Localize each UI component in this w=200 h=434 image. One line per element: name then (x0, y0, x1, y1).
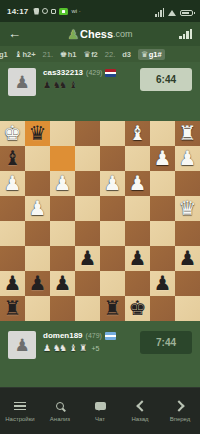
white-pawn: ♟ (0, 171, 25, 196)
square-b3[interactable] (150, 171, 175, 196)
move-token[interactable]: ♚h1 (60, 50, 76, 59)
black-pawn: ♟ (125, 246, 150, 271)
battery-icon (180, 10, 193, 16)
black-pawn: ♟ (50, 271, 75, 296)
clock-bottom: 7:44 (140, 331, 192, 354)
square-a2[interactable]: ♟ (175, 146, 200, 171)
captured-piece-group: ♟ (43, 80, 51, 90)
player-rating-bottom: (479) (86, 332, 102, 339)
captured-piece-group: ♝ (69, 343, 77, 353)
player-row-bottom: ♟ domen189 (479) ♟♞♞♝♜+5 7:44 (0, 321, 200, 388)
square-f4[interactable] (50, 196, 75, 221)
square-f8[interactable] (50, 296, 75, 321)
move-number: 22. (105, 50, 115, 59)
move-piece-icon: ♛ (83, 50, 90, 59)
square-g6[interactable] (25, 246, 50, 271)
nav-item-menu[interactable]: Настройки (0, 388, 40, 434)
signal-bars-icon (155, 8, 164, 17)
square-e3[interactable] (75, 171, 100, 196)
avatar-pawn-icon: ♟ (14, 74, 29, 91)
white-pawn: ♟ (125, 171, 150, 196)
white-pawn: ♟ (50, 171, 75, 196)
nav-label: Настройки (5, 416, 34, 422)
square-c1[interactable]: ♝ (125, 121, 150, 146)
menu-icon (14, 402, 26, 411)
white-rook: ♜ (175, 121, 200, 146)
bottom-nav-bar: НастройкиАнализЧатНазадВперед (0, 387, 200, 434)
move-piece-icon: ♚ (60, 50, 67, 59)
status-bar: 14:17 wi · (0, 0, 200, 22)
square-d2[interactable] (100, 146, 125, 171)
avatar[interactable]: ♟ (8, 331, 36, 359)
square-c4[interactable] (125, 196, 150, 221)
square-b1[interactable] (150, 121, 175, 146)
nav-item-analysis[interactable]: Анализ (40, 388, 80, 434)
square-c5[interactable] (125, 221, 150, 246)
clock-icon (42, 8, 48, 14)
square-a6[interactable]: ♟ (175, 246, 200, 271)
square-h2[interactable]: ♝ (0, 146, 25, 171)
square-e5[interactable] (75, 221, 100, 246)
flag-netherlands-icon (105, 69, 116, 77)
back-arrow-icon[interactable]: ← (8, 22, 21, 46)
move-piece-icon: ♛ (141, 50, 148, 59)
square-g3[interactable] (25, 171, 50, 196)
flag-argentina-icon (105, 332, 116, 340)
black-pawn: ♟ (75, 246, 100, 271)
black-rook: ♜ (0, 296, 25, 321)
square-c6[interactable]: ♟ (125, 246, 150, 271)
square-b4[interactable] (150, 196, 175, 221)
square-d7[interactable] (100, 271, 125, 296)
square-d6[interactable] (100, 246, 125, 271)
player-name-top[interactable]: cas332213 (43, 68, 83, 77)
nav-label: Назад (131, 416, 148, 422)
nav-item-back[interactable]: Назад (120, 388, 160, 434)
captured-pieces-top: ♟♞♞♝ (43, 80, 116, 90)
move-piece-icon: ♝ (15, 50, 22, 59)
square-g1[interactable]: ♛ (25, 121, 50, 146)
avatar-pawn-icon: ♟ (14, 337, 29, 354)
square-d5[interactable] (100, 221, 125, 246)
clock-top: 6:44 (140, 68, 192, 91)
move-token[interactable]: ♝h2+ (15, 50, 36, 59)
square-c8[interactable]: ♚ (125, 296, 150, 321)
square-f3[interactable]: ♟ (50, 171, 75, 196)
white-pawn: ♟ (25, 196, 50, 221)
square-b5[interactable] (150, 221, 175, 246)
captured-piece-group: ♞♞ (53, 343, 67, 353)
square-e6[interactable]: ♟ (75, 246, 100, 271)
white-queen: ♛ (175, 196, 200, 221)
black-pawn: ♟ (150, 271, 175, 296)
black-king: ♚ (125, 296, 150, 321)
square-d4[interactable] (100, 196, 125, 221)
captured-piece-group: ♞♞ (53, 80, 67, 90)
nav-label: Анализ (50, 416, 70, 422)
black-bishop: ♝ (0, 146, 25, 171)
square-e1[interactable] (75, 121, 100, 146)
move-number: 21. (43, 50, 53, 59)
back-icon (136, 400, 147, 411)
player-rating-top: (429) (86, 69, 102, 76)
nav-item-forward[interactable]: Вперед (160, 388, 200, 434)
status-right-icons (155, 6, 193, 17)
square-c3[interactable]: ♟ (125, 171, 150, 196)
white-pawn: ♟ (100, 171, 125, 196)
captured-piece-group: ♜ (79, 343, 87, 353)
connection-strength-icon (179, 29, 192, 39)
square-c2[interactable] (125, 146, 150, 171)
forward-icon (173, 400, 184, 411)
move-token[interactable]: d3 (122, 50, 131, 59)
square-g2[interactable] (25, 146, 50, 171)
material-score: +5 (91, 345, 99, 352)
square-g5[interactable] (25, 221, 50, 246)
nav-label: Вперед (170, 416, 191, 422)
square-a7[interactable] (175, 271, 200, 296)
move-token[interactable]: ♛f2 (83, 50, 97, 59)
logo-tld-text: .com (113, 29, 133, 39)
shield-icon (33, 8, 39, 15)
square-d3[interactable]: ♟ (100, 171, 125, 196)
carrier-text: wi · (71, 8, 80, 14)
square-h7[interactable]: ♟ (0, 271, 25, 296)
square-g7[interactable]: ♟ (25, 271, 50, 296)
white-pawn: ♟ (150, 146, 175, 171)
white-bishop: ♝ (125, 121, 150, 146)
square-a3[interactable] (175, 171, 200, 196)
square-a5[interactable] (175, 221, 200, 246)
chess-board: ♚♛♝♜♝♟♟♟♟♟♟♟♛♟♟♟♟♟♟♟♜♜♚ (0, 121, 200, 321)
status-time: 14:17 (7, 7, 28, 16)
square-b7[interactable]: ♟ (150, 271, 175, 296)
square-e4[interactable] (75, 196, 100, 221)
move-token[interactable]: g1 (0, 50, 8, 59)
square-h6[interactable] (0, 246, 25, 271)
square-h3[interactable]: ♟ (0, 171, 25, 196)
square-d8[interactable]: ♜ (100, 296, 125, 321)
square-f6[interactable] (50, 246, 75, 271)
square-h4[interactable] (0, 196, 25, 221)
badge-icon (51, 9, 56, 14)
square-b2[interactable]: ♟ (150, 146, 175, 171)
analysis-icon (56, 402, 64, 410)
black-pawn: ♟ (175, 246, 200, 271)
chat-icon (95, 402, 106, 410)
black-rook: ♜ (100, 296, 125, 321)
logo-brand-text: Chess (80, 28, 113, 40)
square-a1[interactable]: ♜ (175, 121, 200, 146)
player-row-top: ♟ cas332213 (429) ♟♞♞♝ 6:44 (0, 62, 200, 121)
black-queen: ♛ (25, 121, 50, 146)
square-b8[interactable] (150, 296, 175, 321)
square-b6[interactable] (150, 246, 175, 271)
square-f7[interactable]: ♟ (50, 271, 75, 296)
captured-piece-group: ♝ (69, 80, 77, 90)
move-list-bar: g1♝h2+21.♚h1♛f222.d3♛g1# (0, 46, 200, 62)
square-g4[interactable]: ♟ (25, 196, 50, 221)
square-e2[interactable] (75, 146, 100, 171)
player-name-bottom[interactable]: domen189 (43, 331, 83, 340)
wifi-icon (168, 6, 176, 16)
black-pawn: ♟ (25, 271, 50, 296)
chesscom-logo: ♟ Chess .com (67, 27, 132, 42)
square-a4[interactable]: ♛ (175, 196, 200, 221)
black-pawn: ♟ (0, 271, 25, 296)
square-e8[interactable] (75, 296, 100, 321)
square-a8[interactable] (175, 296, 200, 321)
app-header: ← ♟ Chess .com (0, 22, 200, 46)
square-h8[interactable]: ♜ (0, 296, 25, 321)
logo-pawn-icon: ♟ (67, 27, 79, 42)
nav-item-chat[interactable]: Чат (80, 388, 120, 434)
avatar[interactable]: ♟ (8, 68, 36, 96)
square-f2[interactable] (50, 146, 75, 171)
captured-pieces-bottom: ♟♞♞♝♜+5 (43, 343, 116, 353)
square-f5[interactable] (50, 221, 75, 246)
square-h1[interactable]: ♚ (0, 121, 25, 146)
square-h5[interactable] (0, 221, 25, 246)
battery-saver-icon (59, 8, 68, 15)
white-king: ♚ (0, 121, 25, 146)
square-d1[interactable] (100, 121, 125, 146)
move-token-selected[interactable]: ♛g1# (138, 49, 165, 60)
square-c7[interactable] (125, 271, 150, 296)
nav-label: Чат (95, 416, 105, 422)
square-f1[interactable] (50, 121, 75, 146)
captured-piece-group: ♟ (43, 343, 51, 353)
square-e7[interactable] (75, 271, 100, 296)
square-g8[interactable] (25, 296, 50, 321)
white-pawn: ♟ (175, 146, 200, 171)
